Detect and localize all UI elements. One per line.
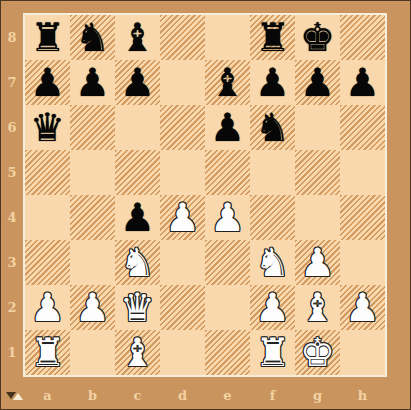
file-label-d: d — [160, 379, 205, 407]
square-d4[interactable]: ♟ — [160, 195, 205, 240]
square-b6[interactable] — [70, 105, 115, 150]
piece-black-pawn-b7: ♟ — [70, 60, 115, 105]
piece-black-rook-a8: ♜ — [25, 15, 70, 60]
file-label-g: g — [295, 379, 340, 407]
square-h5[interactable] — [340, 150, 385, 195]
square-b7[interactable]: ♟ — [70, 60, 115, 105]
side-to-move-indicator — [6, 390, 24, 404]
file-label-b: b — [70, 379, 115, 407]
square-f3[interactable]: ♞ — [250, 240, 295, 285]
square-h8[interactable] — [340, 15, 385, 60]
square-f4[interactable] — [250, 195, 295, 240]
square-g6[interactable] — [295, 105, 340, 150]
square-d1[interactable] — [160, 330, 205, 375]
rank-label-3: 3 — [1, 240, 23, 285]
rank-label-2: 2 — [1, 285, 23, 330]
piece-black-pawn-f7: ♟ — [250, 60, 295, 105]
square-a8[interactable]: ♜ — [25, 15, 70, 60]
piece-black-bishop-c8: ♝ — [115, 15, 160, 60]
square-c4[interactable]: ♟ — [115, 195, 160, 240]
piece-black-bishop-e7: ♝ — [205, 60, 250, 105]
square-b8[interactable]: ♞ — [70, 15, 115, 60]
square-g5[interactable] — [295, 150, 340, 195]
piece-white-pawn-h2: ♟ — [340, 285, 385, 330]
square-a5[interactable] — [25, 150, 70, 195]
piece-black-pawn-e6: ♟ — [205, 105, 250, 150]
square-b4[interactable] — [70, 195, 115, 240]
piece-white-bishop-g2: ♝ — [295, 285, 340, 330]
square-a1[interactable]: ♜ — [25, 330, 70, 375]
square-e2[interactable] — [205, 285, 250, 330]
file-label-f: f — [250, 379, 295, 407]
square-g8[interactable]: ♚ — [295, 15, 340, 60]
square-e8[interactable] — [205, 15, 250, 60]
file-label-e: e — [205, 379, 250, 407]
square-d8[interactable] — [160, 15, 205, 60]
square-f2[interactable]: ♟ — [250, 285, 295, 330]
square-a7[interactable]: ♟ — [25, 60, 70, 105]
square-b3[interactable] — [70, 240, 115, 285]
square-d7[interactable] — [160, 60, 205, 105]
piece-white-rook-f1: ♜ — [250, 330, 295, 375]
square-a2[interactable]: ♟ — [25, 285, 70, 330]
square-a3[interactable] — [25, 240, 70, 285]
rank-label-7: 7 — [1, 60, 23, 105]
white-up-triangle-icon — [13, 393, 23, 400]
square-b1[interactable] — [70, 330, 115, 375]
square-c8[interactable]: ♝ — [115, 15, 160, 60]
piece-white-pawn-b2: ♟ — [70, 285, 115, 330]
piece-white-king-g1: ♚ — [295, 330, 340, 375]
square-d2[interactable] — [160, 285, 205, 330]
square-g4[interactable] — [295, 195, 340, 240]
square-f7[interactable]: ♟ — [250, 60, 295, 105]
square-e6[interactable]: ♟ — [205, 105, 250, 150]
square-e7[interactable]: ♝ — [205, 60, 250, 105]
square-g1[interactable]: ♚ — [295, 330, 340, 375]
file-label-c: c — [115, 379, 160, 407]
square-b5[interactable] — [70, 150, 115, 195]
square-d6[interactable] — [160, 105, 205, 150]
piece-white-knight-f3: ♞ — [250, 240, 295, 285]
piece-black-knight-f6: ♞ — [250, 105, 295, 150]
square-e1[interactable] — [205, 330, 250, 375]
piece-black-pawn-c4: ♟ — [115, 195, 160, 240]
piece-black-king-g8: ♚ — [295, 15, 340, 60]
square-c6[interactable] — [115, 105, 160, 150]
rank-labels: 87654321 — [1, 15, 23, 375]
square-g7[interactable]: ♟ — [295, 60, 340, 105]
rank-label-5: 5 — [1, 150, 23, 195]
piece-black-pawn-a7: ♟ — [25, 60, 70, 105]
piece-black-pawn-c7: ♟ — [115, 60, 160, 105]
square-h4[interactable] — [340, 195, 385, 240]
piece-white-rook-a1: ♜ — [25, 330, 70, 375]
square-f6[interactable]: ♞ — [250, 105, 295, 150]
square-c2[interactable]: ♛ — [115, 285, 160, 330]
piece-white-queen-c2: ♛ — [115, 285, 160, 330]
square-e4[interactable]: ♟ — [205, 195, 250, 240]
square-c3[interactable]: ♞ — [115, 240, 160, 285]
piece-black-queen-a6: ♛ — [25, 105, 70, 150]
rank-label-8: 8 — [1, 15, 23, 60]
square-f1[interactable]: ♜ — [250, 330, 295, 375]
square-h1[interactable] — [340, 330, 385, 375]
square-c1[interactable]: ♝ — [115, 330, 160, 375]
square-a4[interactable] — [25, 195, 70, 240]
square-d5[interactable] — [160, 150, 205, 195]
rank-label-6: 6 — [1, 105, 23, 150]
rank-label-1: 1 — [1, 330, 23, 375]
file-label-a: a — [25, 379, 70, 407]
square-a6[interactable]: ♛ — [25, 105, 70, 150]
square-e5[interactable] — [205, 150, 250, 195]
file-labels: abcdefgh — [25, 379, 385, 407]
square-c5[interactable] — [115, 150, 160, 195]
piece-white-pawn-d4: ♟ — [160, 195, 205, 240]
square-b2[interactable]: ♟ — [70, 285, 115, 330]
piece-white-pawn-f2: ♟ — [250, 285, 295, 330]
rank-label-4: 4 — [1, 195, 23, 240]
piece-white-knight-c3: ♞ — [115, 240, 160, 285]
piece-black-pawn-h7: ♟ — [340, 60, 385, 105]
square-f8[interactable]: ♜ — [250, 15, 295, 60]
piece-white-pawn-e4: ♟ — [205, 195, 250, 240]
piece-black-rook-f8: ♜ — [250, 15, 295, 60]
piece-white-bishop-c1: ♝ — [115, 330, 160, 375]
piece-black-pawn-g7: ♟ — [295, 60, 340, 105]
piece-white-pawn-g3: ♟ — [295, 240, 340, 285]
square-h7[interactable]: ♟ — [340, 60, 385, 105]
piece-white-pawn-a2: ♟ — [25, 285, 70, 330]
square-d3[interactable] — [160, 240, 205, 285]
file-label-h: h — [340, 379, 385, 407]
square-g2[interactable]: ♝ — [295, 285, 340, 330]
piece-black-knight-b8: ♞ — [70, 15, 115, 60]
square-h2[interactable]: ♟ — [340, 285, 385, 330]
square-e3[interactable] — [205, 240, 250, 285]
square-h3[interactable] — [340, 240, 385, 285]
square-h6[interactable] — [340, 105, 385, 150]
chess-diagram-frame: 87654321 ♜♞♝♜♚♟♟♟♝♟♟♟♛♟♞♟♟♟♞♞♟♟♟♛♟♝♟♜♝♜♚… — [0, 0, 411, 410]
chess-board: ♜♞♝♜♚♟♟♟♝♟♟♟♛♟♞♟♟♟♞♞♟♟♟♛♟♝♟♜♝♜♚ — [23, 13, 387, 377]
square-f5[interactable] — [250, 150, 295, 195]
square-c7[interactable]: ♟ — [115, 60, 160, 105]
square-g3[interactable]: ♟ — [295, 240, 340, 285]
